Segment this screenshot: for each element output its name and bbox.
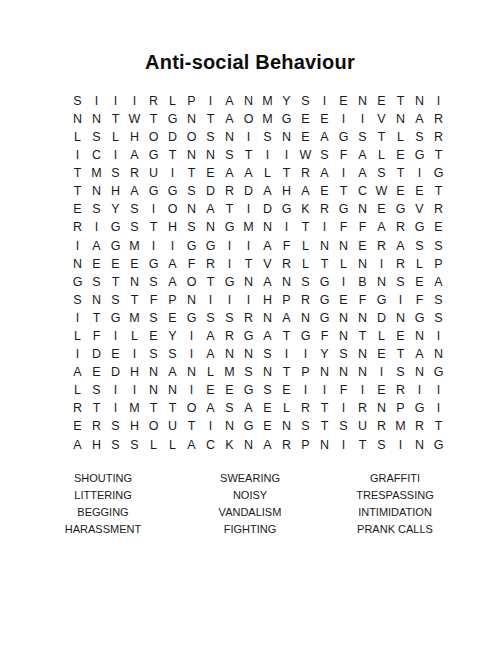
grid-cell-r4c14: S — [315, 146, 334, 164]
grid-cell-r13c8: S — [201, 309, 220, 327]
grid-cell-r15c5: S — [144, 345, 163, 363]
grid-cell-r7c11: D — [258, 201, 277, 219]
grid-cell-r8c16: F — [353, 219, 372, 237]
grid-cell-r15c12: I — [277, 345, 296, 363]
grid-cell-r1c10: N — [239, 92, 258, 110]
grid-cell-r10c7: F — [182, 255, 201, 273]
grid-cell-r13c5: S — [144, 309, 163, 327]
grid-cell-r16c6: A — [163, 363, 182, 381]
grid-cell-r13c15: N — [334, 309, 353, 327]
grid-cell-r2c3: T — [106, 110, 125, 128]
grid-cell-r17c3: I — [106, 382, 125, 400]
grid-cell-r10c5: G — [144, 255, 163, 273]
grid-cell-r18c12: L — [277, 400, 296, 418]
grid-cell-r9c19: S — [410, 237, 429, 255]
grid-cell-r8c4: S — [125, 219, 144, 237]
grid-cell-r7c17: E — [372, 201, 391, 219]
grid-cell-r3c15: G — [334, 128, 353, 146]
grid-cell-r4c8: N — [201, 146, 220, 164]
grid-cell-r20c2: H — [87, 436, 106, 454]
grid-cell-r10c11: V — [258, 255, 277, 273]
word-prank-calls: PRANK CALLS — [315, 521, 475, 538]
grid-cell-r15c7: I — [182, 345, 201, 363]
grid-cell-r18c6: T — [163, 400, 182, 418]
grid-cell-r9c18: A — [391, 237, 410, 255]
grid-cell-r13c2: T — [87, 309, 106, 327]
grid-cell-r7c13: K — [296, 201, 315, 219]
grid-cell-r6c3: H — [106, 182, 125, 200]
grid-cell-r18c16: R — [353, 400, 372, 418]
grid-cell-r13c17: D — [372, 309, 391, 327]
grid-cell-r5c1: T — [68, 164, 87, 182]
grid-cell-r11c13: S — [296, 273, 315, 291]
grid-cell-r1c20: I — [429, 92, 448, 110]
grid-cell-r7c10: I — [239, 201, 258, 219]
grid-cell-r18c5: T — [144, 400, 163, 418]
grid-cell-r20c16: T — [353, 436, 372, 454]
grid-cell-r11c1: G — [68, 273, 87, 291]
grid-cell-r5c8: E — [201, 164, 220, 182]
grid-cell-r12c10: I — [239, 291, 258, 309]
grid-cell-r19c10: G — [239, 418, 258, 436]
grid-cell-r13c19: G — [410, 309, 429, 327]
grid-cell-r4c16: A — [353, 146, 372, 164]
grid-cell-r4c2: C — [87, 146, 106, 164]
grid-cell-r20c19: N — [410, 436, 429, 454]
grid-cell-r2c14: E — [315, 110, 334, 128]
grid-cell-r6c18: E — [391, 182, 410, 200]
grid-cell-r14c3: I — [106, 327, 125, 345]
grid-cell-r2c2: N — [87, 110, 106, 128]
grid-cell-r20c6: L — [163, 436, 182, 454]
grid-cell-r10c6: A — [163, 255, 182, 273]
word-noisy: NOISY — [170, 487, 330, 504]
grid-cell-r17c4: I — [125, 382, 144, 400]
grid-cell-r17c7: I — [182, 382, 201, 400]
grid-cell-r7c5: I — [144, 201, 163, 219]
grid-cell-r8c5: T — [144, 219, 163, 237]
grid-cell-r10c20: P — [429, 255, 448, 273]
grid-cell-r3c6: D — [163, 128, 182, 146]
grid-cell-r15c10: N — [239, 345, 258, 363]
grid-cell-r8c20: E — [429, 219, 448, 237]
word-list: SHOUTINGLITTERINGBEGGINGHARASSMENT SWEAR… — [0, 470, 500, 540]
grid-cell-r14c16: T — [353, 327, 372, 345]
grid-cell-r5c19: I — [410, 164, 429, 182]
grid-cell-r14c18: E — [391, 327, 410, 345]
grid-cell-r10c9: I — [220, 255, 239, 273]
grid-cell-r7c15: G — [334, 201, 353, 219]
grid-cell-r6c9: R — [220, 182, 239, 200]
grid-cell-r2c4: W — [125, 110, 144, 128]
word-graffiti: GRAFFITI — [315, 470, 475, 487]
grid-cell-r18c4: M — [125, 400, 144, 418]
grid-cell-r3c7: O — [182, 128, 201, 146]
grid-cell-r9c10: I — [239, 237, 258, 255]
grid-cell-r13c20: S — [429, 309, 448, 327]
grid-cell-r20c1: A — [68, 436, 87, 454]
grid-cell-r9c4: M — [125, 237, 144, 255]
grid-cell-r7c14: R — [315, 201, 334, 219]
grid-cell-r4c11: I — [258, 146, 277, 164]
grid-cell-r6c19: E — [410, 182, 429, 200]
grid-cell-r16c4: H — [125, 363, 144, 381]
grid-cell-r4c19: G — [410, 146, 429, 164]
grid-cell-r17c19: I — [410, 382, 429, 400]
grid-cell-r12c13: R — [296, 291, 315, 309]
grid-cell-r9c6: I — [163, 237, 182, 255]
grid-cell-r19c16: U — [353, 418, 372, 436]
grid-cell-r13c12: A — [277, 309, 296, 327]
grid-cell-r9c5: I — [144, 237, 163, 255]
grid-cell-r20c5: L — [144, 436, 163, 454]
grid-cell-r5c9: A — [220, 164, 239, 182]
grid-cell-r12c15: E — [334, 291, 353, 309]
grid-cell-r2c12: G — [277, 110, 296, 128]
grid-cell-r17c11: S — [258, 382, 277, 400]
grid-cell-r5c11: L — [258, 164, 277, 182]
grid-cell-r1c4: I — [125, 92, 144, 110]
grid-cell-r15c4: I — [125, 345, 144, 363]
grid-cell-r15c2: D — [87, 345, 106, 363]
grid-cell-r5c13: R — [296, 164, 315, 182]
grid-cell-r19c4: H — [125, 418, 144, 436]
grid-cell-r15c15: S — [334, 345, 353, 363]
grid-cell-r20c3: S — [106, 436, 125, 454]
grid-cell-r11c20: A — [429, 273, 448, 291]
grid-cell-r2c10: O — [239, 110, 258, 128]
grid-cell-r8c13: T — [296, 219, 315, 237]
grid-cell-r16c9: M — [220, 363, 239, 381]
grid-cell-r2c9: A — [220, 110, 239, 128]
grid-cell-r20c11: A — [258, 436, 277, 454]
grid-cell-r20c8: C — [201, 436, 220, 454]
grid-cell-r18c19: G — [410, 400, 429, 418]
grid-cell-r2c17: V — [372, 110, 391, 128]
grid-cell-r8c8: N — [201, 219, 220, 237]
grid-cell-r11c4: N — [125, 273, 144, 291]
grid-cell-r11c14: G — [315, 273, 334, 291]
grid-cell-r16c7: N — [182, 363, 201, 381]
grid-cell-r17c14: I — [315, 382, 334, 400]
grid-cell-r8c14: I — [315, 219, 334, 237]
grid-cell-r13c11: N — [258, 309, 277, 327]
grid-cell-r4c10: T — [239, 146, 258, 164]
grid-cell-r19c19: R — [410, 418, 429, 436]
grid-cell-r5c20: G — [429, 164, 448, 182]
grid-cell-r1c1: S — [68, 92, 87, 110]
grid-cell-r6c4: A — [125, 182, 144, 200]
grid-cell-r18c9: S — [220, 400, 239, 418]
grid-cell-r6c11: A — [258, 182, 277, 200]
grid-cell-r8c2: I — [87, 219, 106, 237]
grid-cell-r3c17: T — [372, 128, 391, 146]
grid-cell-r19c5: O — [144, 418, 163, 436]
grid-cell-r1c12: Y — [277, 92, 296, 110]
grid-cell-r20c15: I — [334, 436, 353, 454]
grid-cell-r12c7: N — [182, 291, 201, 309]
grid-cell-r8c3: G — [106, 219, 125, 237]
grid-cell-r12c19: F — [410, 291, 429, 309]
grid-cell-r13c3: G — [106, 309, 125, 327]
grid-cell-r14c10: G — [239, 327, 258, 345]
grid-cell-r2c16: I — [353, 110, 372, 128]
grid-cell-r16c8: L — [201, 363, 220, 381]
grid-cell-r12c16: F — [353, 291, 372, 309]
grid-cell-r11c19: E — [410, 273, 429, 291]
grid-cell-r6c14: E — [315, 182, 334, 200]
grid-cell-r8c15: F — [334, 219, 353, 237]
word-vandalism: VANDALISM — [170, 504, 330, 521]
grid-cell-r3c18: L — [391, 128, 410, 146]
grid-cell-r2c11: M — [258, 110, 277, 128]
grid-cell-r9c1: I — [68, 237, 87, 255]
grid-cell-r10c14: T — [315, 255, 334, 273]
grid-cell-r6c6: G — [163, 182, 182, 200]
grid-cell-r7c1: E — [68, 201, 87, 219]
grid-cell-r14c12: T — [277, 327, 296, 345]
grid-cell-r18c17: N — [372, 400, 391, 418]
grid-cell-r12c20: S — [429, 291, 448, 309]
grid-cell-r3c20: R — [429, 128, 448, 146]
grid-cell-r19c8: I — [201, 418, 220, 436]
grid-cell-r1c6: L — [163, 92, 182, 110]
grid-cell-r2c5: T — [144, 110, 163, 128]
grid-cell-r11c12: N — [277, 273, 296, 291]
grid-cell-r3c10: I — [239, 128, 258, 146]
grid-cell-r20c7: A — [182, 436, 201, 454]
grid-cell-r18c11: E — [258, 400, 277, 418]
grid-cell-r17c1: L — [68, 382, 87, 400]
grid-cell-r1c7: P — [182, 92, 201, 110]
grid-cell-r19c3: S — [106, 418, 125, 436]
grid-cell-r16c1: A — [68, 363, 87, 381]
grid-cell-r16c2: E — [87, 363, 106, 381]
grid-cell-r14c11: A — [258, 327, 277, 345]
grid-cell-r9c20: S — [429, 237, 448, 255]
grid-cell-r19c15: S — [334, 418, 353, 436]
grid-cell-r3c14: A — [315, 128, 334, 146]
grid-cell-r15c1: I — [68, 345, 87, 363]
grid-cell-r14c13: G — [296, 327, 315, 345]
grid-cell-r15c14: Y — [315, 345, 334, 363]
grid-cell-r2c8: T — [201, 110, 220, 128]
grid-cell-r11c15: I — [334, 273, 353, 291]
grid-cell-r15c16: N — [353, 345, 372, 363]
grid-cell-r4c9: S — [220, 146, 239, 164]
grid-cell-r1c15: E — [334, 92, 353, 110]
grid-cell-r13c9: S — [220, 309, 239, 327]
grid-cell-r16c15: N — [334, 363, 353, 381]
grid-cell-r16c13: P — [296, 363, 315, 381]
grid-cell-r11c6: A — [163, 273, 182, 291]
grid-cell-r11c11: A — [258, 273, 277, 291]
grid-cell-r18c7: O — [182, 400, 201, 418]
grid-cell-r4c12: I — [277, 146, 296, 164]
grid-cell-r4c13: W — [296, 146, 315, 164]
grid-cell-r11c16: B — [353, 273, 372, 291]
grid-cell-r7c4: S — [125, 201, 144, 219]
word-begging: BEGGING — [23, 504, 183, 521]
grid-cell-r19c1: E — [68, 418, 87, 436]
grid-cell-r18c1: R — [68, 400, 87, 418]
grid-cell-r18c20: I — [429, 400, 448, 418]
grid-cell-r1c2: I — [87, 92, 106, 110]
grid-cell-r20c20: G — [429, 436, 448, 454]
grid-cell-r2c7: N — [182, 110, 201, 128]
grid-cell-r15c17: E — [372, 345, 391, 363]
grid-cell-r13c6: E — [163, 309, 182, 327]
grid-cell-r20c14: N — [315, 436, 334, 454]
grid-cell-r14c20: I — [429, 327, 448, 345]
grid-cell-r3c8: S — [201, 128, 220, 146]
grid-cell-r16c11: N — [258, 363, 277, 381]
grid-cell-r14c5: E — [144, 327, 163, 345]
grid-cell-r5c10: A — [239, 164, 258, 182]
grid-cell-r9c13: L — [296, 237, 315, 255]
grid-cell-r7c20: R — [429, 201, 448, 219]
grid-cell-r5c18: T — [391, 164, 410, 182]
grid-cell-r7c8: A — [201, 201, 220, 219]
grid-cell-r5c2: M — [87, 164, 106, 182]
grid-cell-r6c10: D — [239, 182, 258, 200]
grid-cell-r14c7: I — [182, 327, 201, 345]
grid-cell-r13c18: N — [391, 309, 410, 327]
grid-cell-r13c1: I — [68, 309, 87, 327]
grid-cell-r8c11: N — [258, 219, 277, 237]
grid-cell-r3c5: O — [144, 128, 163, 146]
grid-cell-r1c19: N — [410, 92, 429, 110]
grid-cell-r17c12: E — [277, 382, 296, 400]
grid-cell-r7c3: Y — [106, 201, 125, 219]
grid-cell-r2c6: G — [163, 110, 182, 128]
grid-cell-r16c20: G — [429, 363, 448, 381]
grid-cell-r18c15: I — [334, 400, 353, 418]
grid-cell-r19c2: R — [87, 418, 106, 436]
grid-cell-r15c19: A — [410, 345, 429, 363]
grid-cell-r12c9: I — [220, 291, 239, 309]
grid-cell-r20c10: N — [239, 436, 258, 454]
grid-cell-r7c16: N — [353, 201, 372, 219]
grid-cell-r16c12: T — [277, 363, 296, 381]
grid-cell-r4c7: N — [182, 146, 201, 164]
grid-cell-r10c4: E — [125, 255, 144, 273]
grid-cell-r18c8: A — [201, 400, 220, 418]
grid-cell-r13c13: N — [296, 309, 315, 327]
grid-cell-r1c9: A — [220, 92, 239, 110]
grid-cell-r19c7: T — [182, 418, 201, 436]
grid-cell-r2c20: R — [429, 110, 448, 128]
grid-cell-r6c13: A — [296, 182, 315, 200]
grid-cell-r12c11: H — [258, 291, 277, 309]
grid-cell-r1c14: I — [315, 92, 334, 110]
grid-cell-r10c8: R — [201, 255, 220, 273]
grid-cell-r12c3: S — [106, 291, 125, 309]
grid-cell-r3c4: H — [125, 128, 144, 146]
grid-cell-r12c5: F — [144, 291, 163, 309]
grid-cell-r5c14: A — [315, 164, 334, 182]
grid-cell-r19c11: E — [258, 418, 277, 436]
grid-cell-r5c5: U — [144, 164, 163, 182]
grid-cell-r18c13: R — [296, 400, 315, 418]
grid-cell-r18c18: P — [391, 400, 410, 418]
grid-cell-r16c19: N — [410, 363, 429, 381]
grid-cell-r19c9: N — [220, 418, 239, 436]
word-search-page: Anti-social Behaviour SIIIRLPIANMYSIENET… — [0, 0, 500, 647]
grid-cell-r3c19: S — [410, 128, 429, 146]
grid-cell-r8c19: G — [410, 219, 429, 237]
grid-cell-r5c16: A — [353, 164, 372, 182]
grid-cell-r6c5: G — [144, 182, 163, 200]
grid-cell-r2c18: N — [391, 110, 410, 128]
grid-cell-r16c17: I — [372, 363, 391, 381]
grid-cell-r8c6: H — [163, 219, 182, 237]
grid-cell-r5c17: S — [372, 164, 391, 182]
word-harassment: HARASSMENT — [23, 521, 183, 538]
grid-cell-r16c3: D — [106, 363, 125, 381]
grid-cell-r16c16: N — [353, 363, 372, 381]
grid-cell-r1c17: E — [372, 92, 391, 110]
grid-cell-r11c9: G — [220, 273, 239, 291]
grid-cell-r19c18: M — [391, 418, 410, 436]
word-swearing: SWEARING — [170, 470, 330, 487]
grid-cell-r19c17: R — [372, 418, 391, 436]
grid-cell-r11c17: N — [372, 273, 391, 291]
grid-cell-r8c1: R — [68, 219, 87, 237]
grid-cell-r11c10: N — [239, 273, 258, 291]
grid-cell-r3c3: L — [106, 128, 125, 146]
grid-cell-r6c12: H — [277, 182, 296, 200]
grid-cell-r5c12: T — [277, 164, 296, 182]
grid-cell-r14c14: F — [315, 327, 334, 345]
grid-cell-r9c12: F — [277, 237, 296, 255]
grid-cell-r19c12: N — [277, 418, 296, 436]
grid-cell-r20c9: K — [220, 436, 239, 454]
grid-cell-r10c16: N — [353, 255, 372, 273]
grid-cell-r15c13: I — [296, 345, 315, 363]
grid-cell-r20c18: I — [391, 436, 410, 454]
grid-cell-r17c9: E — [220, 382, 239, 400]
grid-cell-r11c2: S — [87, 273, 106, 291]
grid-cell-r2c13: E — [296, 110, 315, 128]
word-trespassing: TRESPASSING — [315, 487, 475, 504]
grid-cell-r20c17: S — [372, 436, 391, 454]
letter-grid: SIIIRLPIANMYSIENETNINNTWTGNTAOMGEEIIVNAR… — [68, 92, 448, 454]
grid-cell-r12c1: S — [68, 291, 87, 309]
word-littering: LITTERING — [23, 487, 183, 504]
grid-cell-r20c12: R — [277, 436, 296, 454]
grid-cell-r17c16: I — [353, 382, 372, 400]
grid-cell-r2c19: A — [410, 110, 429, 128]
grid-cell-r15c6: S — [163, 345, 182, 363]
grid-cell-r1c5: R — [144, 92, 163, 110]
grid-cell-r6c8: D — [201, 182, 220, 200]
word-list-column-2: SWEARINGNOISYVANDALISMFIGHTING — [170, 470, 330, 538]
grid-cell-r9c8: G — [201, 237, 220, 255]
word-list-column-1: SHOUTINGLITTERINGBEGGINGHARASSMENT — [23, 470, 183, 538]
grid-cell-r4c15: F — [334, 146, 353, 164]
grid-cell-r10c19: L — [410, 255, 429, 273]
grid-cell-r15c8: A — [201, 345, 220, 363]
grid-cell-r17c5: N — [144, 382, 163, 400]
grid-cell-r9c3: G — [106, 237, 125, 255]
grid-cell-r16c10: S — [239, 363, 258, 381]
grid-cell-r9c15: N — [334, 237, 353, 255]
grid-cell-r1c18: T — [391, 92, 410, 110]
grid-cell-r12c2: N — [87, 291, 106, 309]
grid-cell-r5c15: I — [334, 164, 353, 182]
grid-cell-r9c9: I — [220, 237, 239, 255]
